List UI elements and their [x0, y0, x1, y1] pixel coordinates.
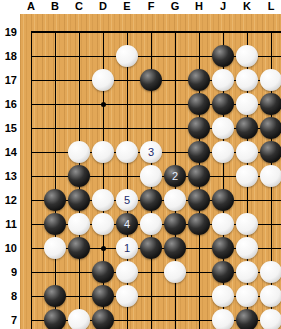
row-label-14: 14: [0, 147, 17, 158]
stone-white-C7[interactable]: [68, 309, 90, 329]
stone-white-J14[interactable]: [212, 141, 234, 163]
stone-white-J15[interactable]: [212, 117, 234, 139]
stone-black-E11[interactable]: 4: [116, 213, 138, 235]
stone-white-K11[interactable]: [236, 213, 258, 235]
row-label-10: 10: [0, 243, 17, 254]
stone-white-F14[interactable]: 3: [140, 141, 162, 163]
stone-white-E18[interactable]: [116, 45, 138, 67]
stone-white-G9[interactable]: [164, 261, 186, 283]
stone-black-J10[interactable]: [212, 237, 234, 259]
stone-white-K18[interactable]: [236, 45, 258, 67]
col-label-K: K: [243, 0, 251, 14]
stone-white-L7[interactable]: [260, 309, 281, 329]
stone-black-H13[interactable]: [188, 165, 210, 187]
stone-black-J16[interactable]: [212, 93, 234, 115]
row-label-17: 17: [0, 75, 17, 86]
move-number-2: 2: [172, 171, 178, 182]
stone-black-H14[interactable]: [188, 141, 210, 163]
stone-black-G13[interactable]: 2: [164, 165, 186, 187]
row-label-13: 13: [0, 171, 17, 182]
stone-black-L14[interactable]: [260, 141, 281, 163]
move-number-3: 3: [148, 147, 154, 158]
stone-white-K13[interactable]: [236, 165, 258, 187]
stone-white-J7[interactable]: [212, 309, 234, 329]
stone-white-K10[interactable]: [236, 237, 258, 259]
go-board[interactable]: 32541: [20, 14, 281, 329]
stone-black-G10[interactable]: [164, 237, 186, 259]
stone-white-K16[interactable]: [236, 93, 258, 115]
stone-black-H17[interactable]: [188, 69, 210, 91]
stone-white-F11[interactable]: [140, 213, 162, 235]
col-label-J: J: [220, 0, 226, 14]
stone-black-F12[interactable]: [140, 189, 162, 211]
col-label-D: D: [99, 0, 107, 14]
col-label-L: L: [268, 0, 275, 14]
stone-black-C10[interactable]: [68, 237, 90, 259]
row-label-15: 15: [0, 123, 17, 134]
stone-black-G11[interactable]: [164, 213, 186, 235]
stone-black-J12[interactable]: [212, 189, 234, 211]
row-label-16: 16: [0, 99, 17, 110]
stone-white-K8[interactable]: [236, 285, 258, 307]
row-label-8: 8: [0, 291, 17, 302]
stone-white-B10[interactable]: [44, 237, 66, 259]
col-label-F: F: [148, 0, 155, 14]
row-label-19: 19: [0, 27, 17, 38]
row-label-7: 7: [0, 315, 17, 326]
stone-black-B12[interactable]: [44, 189, 66, 211]
stone-black-K7[interactable]: [236, 309, 258, 329]
stone-white-E12[interactable]: 5: [116, 189, 138, 211]
grid-line-v-A: [31, 32, 32, 329]
move-number-5: 5: [124, 195, 130, 206]
stone-black-L16[interactable]: [260, 93, 281, 115]
stone-black-C13[interactable]: [68, 165, 90, 187]
stone-white-K9[interactable]: [236, 261, 258, 283]
stone-white-K17[interactable]: [236, 69, 258, 91]
row-label-9: 9: [0, 267, 17, 278]
stone-black-D9[interactable]: [92, 261, 114, 283]
col-label-G: G: [171, 0, 180, 14]
grid-line-h-19: [31, 31, 281, 33]
row-label-11: 11: [0, 219, 17, 230]
col-label-C: C: [75, 0, 83, 14]
stone-black-H11[interactable]: [188, 213, 210, 235]
stone-black-F10[interactable]: [140, 237, 162, 259]
stone-white-L9[interactable]: [260, 261, 281, 283]
stone-white-E14[interactable]: [116, 141, 138, 163]
col-label-H: H: [195, 0, 203, 14]
stone-white-L17[interactable]: [260, 69, 281, 91]
stone-black-K15[interactable]: [236, 117, 258, 139]
row-label-12: 12: [0, 195, 17, 206]
stone-black-J18[interactable]: [212, 45, 234, 67]
stone-white-E10[interactable]: 1: [116, 237, 138, 259]
stone-white-L8[interactable]: [260, 285, 281, 307]
stone-black-H12[interactable]: [188, 189, 210, 211]
stone-black-B11[interactable]: [44, 213, 66, 235]
row-labels: 19181716151413121110987: [0, 14, 20, 329]
star-point-D16: [101, 102, 106, 107]
stone-black-H15[interactable]: [188, 117, 210, 139]
col-label-E: E: [123, 0, 130, 14]
col-label-B: B: [51, 0, 59, 14]
stone-black-D8[interactable]: [92, 285, 114, 307]
stone-black-B8[interactable]: [44, 285, 66, 307]
stone-white-L13[interactable]: [260, 165, 281, 187]
stone-black-B7[interactable]: [44, 309, 66, 329]
stone-white-C11[interactable]: [68, 213, 90, 235]
stone-white-J11[interactable]: [212, 213, 234, 235]
stone-white-D17[interactable]: [92, 69, 114, 91]
stone-white-D11[interactable]: [92, 213, 114, 235]
move-number-1: 1: [124, 243, 130, 254]
col-label-A: A: [27, 0, 35, 14]
stone-black-L15[interactable]: [260, 117, 281, 139]
stone-white-F13[interactable]: [140, 165, 162, 187]
stone-white-E9[interactable]: [116, 261, 138, 283]
star-point-D10: [101, 246, 106, 251]
stone-white-D12[interactable]: [92, 189, 114, 211]
stone-white-J8[interactable]: [212, 285, 234, 307]
stone-white-D14[interactable]: [92, 141, 114, 163]
stone-white-E8[interactable]: [116, 285, 138, 307]
stone-white-G12[interactable]: [164, 189, 186, 211]
move-number-4: 4: [124, 219, 130, 230]
stone-black-F17[interactable]: [140, 69, 162, 91]
column-labels: ABCDEFGHJKL: [0, 0, 281, 14]
stone-white-J17[interactable]: [212, 69, 234, 91]
stone-black-D7[interactable]: [92, 309, 114, 329]
stone-black-J9[interactable]: [212, 261, 234, 283]
row-label-18: 18: [0, 51, 17, 62]
stone-black-H16[interactable]: [188, 93, 210, 115]
stone-white-K14[interactable]: [236, 141, 258, 163]
go-app-window: 32541 ABCDEFGHJKL 1918171615141312111098…: [0, 0, 281, 329]
stone-white-C14[interactable]: [68, 141, 90, 163]
stone-black-C12[interactable]: [68, 189, 90, 211]
